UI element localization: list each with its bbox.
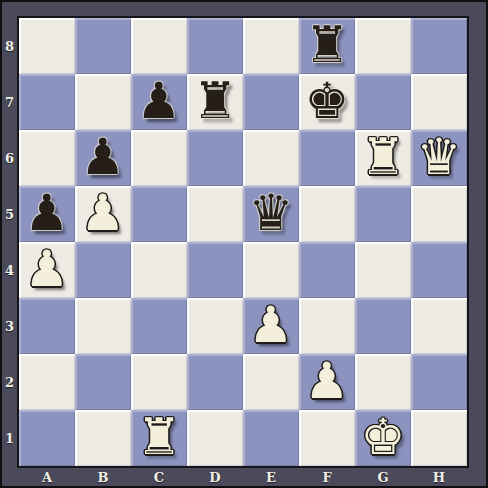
rank-label-3: 3 — [2, 298, 17, 354]
square-a8[interactable] — [19, 18, 75, 74]
square-h3[interactable] — [411, 298, 467, 354]
file-label-a: A — [19, 468, 75, 486]
rank-label-2: 2 — [2, 354, 17, 410]
file-labels: ABCDEFGH — [19, 468, 467, 486]
file-label-h: H — [411, 468, 467, 486]
square-e5[interactable]: ♛ — [243, 186, 299, 242]
square-e2[interactable] — [243, 354, 299, 410]
square-a7[interactable] — [19, 74, 75, 130]
rank-label-5: 5 — [2, 186, 17, 242]
white-pawn: ♟ — [81, 188, 126, 238]
square-b4[interactable] — [75, 242, 131, 298]
square-b1[interactable] — [75, 410, 131, 466]
square-f8[interactable]: ♜ — [299, 18, 355, 74]
square-h6[interactable]: ♛ — [411, 130, 467, 186]
square-a5[interactable]: ♟ — [19, 186, 75, 242]
file-label-f: F — [299, 468, 355, 486]
square-b8[interactable] — [75, 18, 131, 74]
square-d8[interactable] — [187, 18, 243, 74]
square-h2[interactable] — [411, 354, 467, 410]
white-rook: ♜ — [361, 132, 406, 182]
file-label-c: C — [131, 468, 187, 486]
square-c3[interactable] — [131, 298, 187, 354]
square-b2[interactable] — [75, 354, 131, 410]
square-d2[interactable] — [187, 354, 243, 410]
square-f6[interactable] — [299, 130, 355, 186]
square-a2[interactable] — [19, 354, 75, 410]
square-g7[interactable] — [355, 74, 411, 130]
square-h1[interactable] — [411, 410, 467, 466]
square-f4[interactable] — [299, 242, 355, 298]
square-f5[interactable] — [299, 186, 355, 242]
square-g6[interactable]: ♜ — [355, 130, 411, 186]
square-c4[interactable] — [131, 242, 187, 298]
rank-label-1: 1 — [2, 410, 17, 466]
square-f3[interactable] — [299, 298, 355, 354]
black-pawn: ♟ — [25, 188, 70, 238]
square-d1[interactable] — [187, 410, 243, 466]
white-pawn: ♟ — [249, 300, 294, 350]
square-b7[interactable] — [75, 74, 131, 130]
rank-label-6: 6 — [2, 130, 17, 186]
square-g5[interactable] — [355, 186, 411, 242]
square-f1[interactable] — [299, 410, 355, 466]
square-g8[interactable] — [355, 18, 411, 74]
white-pawn: ♟ — [305, 356, 350, 406]
square-e7[interactable] — [243, 74, 299, 130]
square-f2[interactable]: ♟ — [299, 354, 355, 410]
white-pawn: ♟ — [25, 244, 70, 294]
file-label-e: E — [243, 468, 299, 486]
square-d3[interactable] — [187, 298, 243, 354]
square-c2[interactable] — [131, 354, 187, 410]
square-g4[interactable] — [355, 242, 411, 298]
square-b5[interactable]: ♟ — [75, 186, 131, 242]
black-pawn: ♟ — [81, 132, 126, 182]
file-label-d: D — [187, 468, 243, 486]
black-rook: ♜ — [193, 76, 238, 126]
white-queen: ♛ — [417, 132, 462, 182]
square-d7[interactable]: ♜ — [187, 74, 243, 130]
black-king: ♚ — [305, 76, 350, 126]
black-queen: ♛ — [249, 188, 294, 238]
square-h4[interactable] — [411, 242, 467, 298]
square-g1[interactable]: ♚ — [355, 410, 411, 466]
white-rook: ♜ — [137, 412, 182, 462]
square-e4[interactable] — [243, 242, 299, 298]
square-g3[interactable] — [355, 298, 411, 354]
square-c7[interactable]: ♟ — [131, 74, 187, 130]
rank-label-4: 4 — [2, 242, 17, 298]
square-a6[interactable] — [19, 130, 75, 186]
rank-labels: 87654321 — [2, 18, 17, 466]
square-d4[interactable] — [187, 242, 243, 298]
square-e8[interactable] — [243, 18, 299, 74]
white-king: ♚ — [361, 412, 406, 462]
file-label-g: G — [355, 468, 411, 486]
square-h5[interactable] — [411, 186, 467, 242]
chess-board: ♜♟♜♚♟♜♛♟♟♛♟♟♟♜♚ — [17, 16, 469, 468]
file-label-b: B — [75, 468, 131, 486]
square-d5[interactable] — [187, 186, 243, 242]
board-frame: 87654321 ABCDEFGH ♜♟♜♚♟♜♛♟♟♛♟♟♟♜♚ — [0, 0, 488, 488]
square-b6[interactable]: ♟ — [75, 130, 131, 186]
square-f7[interactable]: ♚ — [299, 74, 355, 130]
square-e6[interactable] — [243, 130, 299, 186]
square-g2[interactable] — [355, 354, 411, 410]
square-e3[interactable]: ♟ — [243, 298, 299, 354]
square-d6[interactable] — [187, 130, 243, 186]
square-h8[interactable] — [411, 18, 467, 74]
square-c6[interactable] — [131, 130, 187, 186]
square-b3[interactable] — [75, 298, 131, 354]
square-a1[interactable] — [19, 410, 75, 466]
square-a4[interactable]: ♟ — [19, 242, 75, 298]
square-a3[interactable] — [19, 298, 75, 354]
square-c8[interactable] — [131, 18, 187, 74]
square-e1[interactable] — [243, 410, 299, 466]
black-pawn: ♟ — [137, 76, 182, 126]
rank-label-8: 8 — [2, 18, 17, 74]
square-c1[interactable]: ♜ — [131, 410, 187, 466]
square-h7[interactable] — [411, 74, 467, 130]
black-rook: ♜ — [305, 20, 350, 70]
square-c5[interactable] — [131, 186, 187, 242]
rank-label-7: 7 — [2, 74, 17, 130]
